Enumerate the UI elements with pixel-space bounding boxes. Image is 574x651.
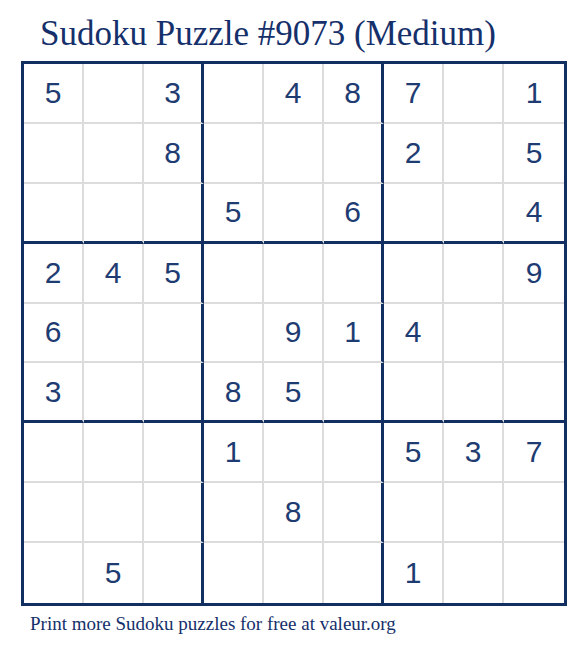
sudoku-cell-r2c5[interactable] <box>264 124 324 184</box>
sudoku-cell-r4c8[interactable] <box>444 244 504 304</box>
sudoku-cell-r5c6[interactable]: 1 <box>324 304 384 364</box>
sudoku-cell-r6c5[interactable]: 5 <box>264 363 324 423</box>
sudoku-cell-r3c5[interactable] <box>264 184 324 244</box>
sudoku-cell-r3c2[interactable] <box>84 184 144 244</box>
sudoku-cell-r6c4[interactable]: 8 <box>204 363 264 423</box>
sudoku-cell-r4c2[interactable]: 4 <box>84 244 144 304</box>
sudoku-cell-r3c3[interactable] <box>144 184 204 244</box>
sudoku-cell-r2c3[interactable]: 8 <box>144 124 204 184</box>
sudoku-cell-r9c4[interactable] <box>204 543 264 603</box>
sudoku-cell-r5c8[interactable] <box>444 304 504 364</box>
sudoku-cell-r4c9[interactable]: 9 <box>504 244 564 304</box>
sudoku-cell-r5c4[interactable] <box>204 304 264 364</box>
sudoku-cell-r1c6[interactable]: 8 <box>324 64 384 124</box>
sudoku-cell-r2c6[interactable] <box>324 124 384 184</box>
sudoku-cell-r4c6[interactable] <box>324 244 384 304</box>
sudoku-cell-r9c8[interactable] <box>444 543 504 603</box>
sudoku-cell-r7c1[interactable] <box>24 423 84 483</box>
sudoku-cell-r9c9[interactable] <box>504 543 564 603</box>
sudoku-cell-r2c9[interactable]: 5 <box>504 124 564 184</box>
sudoku-cell-r3c8[interactable] <box>444 184 504 244</box>
sudoku-cell-r6c9[interactable] <box>504 363 564 423</box>
sudoku-cell-r4c3[interactable]: 5 <box>144 244 204 304</box>
sudoku-cell-r2c8[interactable] <box>444 124 504 184</box>
sudoku-cell-r2c2[interactable] <box>84 124 144 184</box>
sudoku-cell-r7c7[interactable]: 5 <box>384 423 444 483</box>
sudoku-cell-r5c9[interactable] <box>504 304 564 364</box>
sudoku-cell-r6c3[interactable] <box>144 363 204 423</box>
sudoku-cell-r1c5[interactable]: 4 <box>264 64 324 124</box>
sudoku-cell-r4c5[interactable] <box>264 244 324 304</box>
sudoku-cell-r4c7[interactable] <box>384 244 444 304</box>
sudoku-cell-r8c7[interactable] <box>384 483 444 543</box>
sudoku-cell-r5c7[interactable]: 4 <box>384 304 444 364</box>
sudoku-cell-r7c9[interactable]: 7 <box>504 423 564 483</box>
sudoku-cell-r8c4[interactable] <box>204 483 264 543</box>
sudoku-cell-r6c8[interactable] <box>444 363 504 423</box>
sudoku-cell-r3c1[interactable] <box>24 184 84 244</box>
sudoku-cell-r7c3[interactable] <box>144 423 204 483</box>
sudoku-cell-r5c5[interactable]: 9 <box>264 304 324 364</box>
sudoku-cell-r2c4[interactable] <box>204 124 264 184</box>
sudoku-cell-r7c5[interactable] <box>264 423 324 483</box>
sudoku-cell-r2c7[interactable]: 2 <box>384 124 444 184</box>
sudoku-cell-r1c3[interactable]: 3 <box>144 64 204 124</box>
sudoku-cell-r5c3[interactable] <box>144 304 204 364</box>
sudoku-cell-r9c2[interactable]: 5 <box>84 543 144 603</box>
sudoku-cell-r7c6[interactable] <box>324 423 384 483</box>
sudoku-cell-r9c3[interactable] <box>144 543 204 603</box>
sudoku-cell-r8c9[interactable] <box>504 483 564 543</box>
sudoku-cell-r2c1[interactable] <box>24 124 84 184</box>
sudoku-cell-r8c8[interactable] <box>444 483 504 543</box>
sudoku-cell-r8c6[interactable] <box>324 483 384 543</box>
sudoku-cell-r5c2[interactable] <box>84 304 144 364</box>
sudoku-cell-r3c9[interactable]: 4 <box>504 184 564 244</box>
sudoku-cell-r9c7[interactable]: 1 <box>384 543 444 603</box>
sudoku-cell-r8c3[interactable] <box>144 483 204 543</box>
sudoku-cell-r1c9[interactable]: 1 <box>504 64 564 124</box>
sudoku-cell-r6c2[interactable] <box>84 363 144 423</box>
page: Sudoku Puzzle #9073 (Medium) 53487182556… <box>0 0 574 651</box>
sudoku-cell-r7c2[interactable] <box>84 423 144 483</box>
puzzle-title: Sudoku Puzzle #9073 (Medium) <box>40 13 496 55</box>
sudoku-cell-r1c4[interactable] <box>204 64 264 124</box>
sudoku-cell-r7c8[interactable]: 3 <box>444 423 504 483</box>
sudoku-cell-r3c6[interactable]: 6 <box>324 184 384 244</box>
footer-text: Print more Sudoku puzzles for free at va… <box>30 613 396 635</box>
sudoku-cell-r4c4[interactable] <box>204 244 264 304</box>
sudoku-cell-r1c2[interactable] <box>84 64 144 124</box>
sudoku-cell-r3c7[interactable] <box>384 184 444 244</box>
sudoku-cell-r9c5[interactable] <box>264 543 324 603</box>
sudoku-cell-r7c4[interactable]: 1 <box>204 423 264 483</box>
sudoku-cell-r6c7[interactable] <box>384 363 444 423</box>
sudoku-cell-r6c1[interactable]: 3 <box>24 363 84 423</box>
sudoku-cell-r3c4[interactable]: 5 <box>204 184 264 244</box>
sudoku-cell-r8c1[interactable] <box>24 483 84 543</box>
sudoku-cell-r8c2[interactable] <box>84 483 144 543</box>
sudoku-cell-r8c5[interactable]: 8 <box>264 483 324 543</box>
sudoku-cell-r4c1[interactable]: 2 <box>24 244 84 304</box>
sudoku-cell-r9c6[interactable] <box>324 543 384 603</box>
sudoku-cell-r1c7[interactable]: 7 <box>384 64 444 124</box>
sudoku-cell-r6c6[interactable] <box>324 363 384 423</box>
sudoku-cell-r9c1[interactable] <box>24 543 84 603</box>
sudoku-cell-r1c8[interactable] <box>444 64 504 124</box>
sudoku-cell-r5c1[interactable]: 6 <box>24 304 84 364</box>
sudoku-grid: 534871825564245969143851537851 <box>21 61 567 606</box>
sudoku-cell-r1c1[interactable]: 5 <box>24 64 84 124</box>
